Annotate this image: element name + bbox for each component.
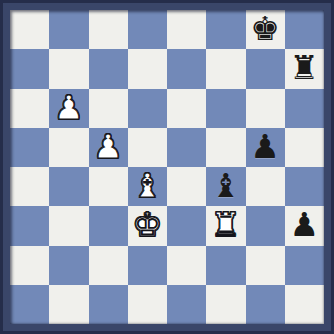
- square-h2[interactable]: [285, 246, 324, 285]
- square-d6[interactable]: [128, 89, 167, 128]
- square-e3[interactable]: [167, 206, 206, 245]
- square-a3[interactable]: [10, 206, 49, 245]
- square-d2[interactable]: [128, 246, 167, 285]
- square-e4[interactable]: [167, 167, 206, 206]
- square-e8[interactable]: [167, 10, 206, 49]
- square-e5[interactable]: [167, 128, 206, 167]
- square-b6[interactable]: ♟: [49, 89, 88, 128]
- square-g5[interactable]: ♟: [246, 128, 285, 167]
- square-g1[interactable]: [246, 285, 285, 324]
- square-g8[interactable]: ♚: [246, 10, 285, 49]
- black-rook[interactable]: ♜: [290, 51, 320, 84]
- square-f1[interactable]: [206, 285, 245, 324]
- white-pawn[interactable]: ♟: [93, 130, 123, 163]
- square-g6[interactable]: [246, 89, 285, 128]
- white-king[interactable]: ♚: [133, 208, 163, 241]
- square-b8[interactable]: [49, 10, 88, 49]
- square-a4[interactable]: [10, 167, 49, 206]
- square-h6[interactable]: [285, 89, 324, 128]
- square-d8[interactable]: [128, 10, 167, 49]
- square-c7[interactable]: [89, 49, 128, 88]
- white-bishop[interactable]: ♝: [133, 169, 163, 202]
- square-c2[interactable]: [89, 246, 128, 285]
- square-c5[interactable]: ♟: [89, 128, 128, 167]
- square-a8[interactable]: [10, 10, 49, 49]
- square-c3[interactable]: [89, 206, 128, 245]
- white-rook[interactable]: ♜: [211, 208, 241, 241]
- square-b2[interactable]: [49, 246, 88, 285]
- black-king[interactable]: ♚: [250, 12, 280, 45]
- square-h5[interactable]: [285, 128, 324, 167]
- square-f3[interactable]: ♜: [206, 206, 245, 245]
- square-e2[interactable]: [167, 246, 206, 285]
- black-pawn[interactable]: ♟: [250, 130, 280, 163]
- square-a2[interactable]: [10, 246, 49, 285]
- square-e1[interactable]: [167, 285, 206, 324]
- square-g2[interactable]: [246, 246, 285, 285]
- chess-board: ♚♜♟♟♟♝♝♚♜♟: [10, 10, 324, 324]
- square-h4[interactable]: [285, 167, 324, 206]
- square-e7[interactable]: [167, 49, 206, 88]
- square-d1[interactable]: [128, 285, 167, 324]
- square-b5[interactable]: [49, 128, 88, 167]
- square-f6[interactable]: [206, 89, 245, 128]
- square-f8[interactable]: [206, 10, 245, 49]
- square-h8[interactable]: [285, 10, 324, 49]
- square-h1[interactable]: [285, 285, 324, 324]
- square-d5[interactable]: [128, 128, 167, 167]
- square-c4[interactable]: [89, 167, 128, 206]
- square-g3[interactable]: [246, 206, 285, 245]
- board-frame: ♚♜♟♟♟♝♝♚♜♟: [0, 0, 334, 334]
- square-b7[interactable]: [49, 49, 88, 88]
- square-d7[interactable]: [128, 49, 167, 88]
- square-b4[interactable]: [49, 167, 88, 206]
- square-c1[interactable]: [89, 285, 128, 324]
- square-f5[interactable]: [206, 128, 245, 167]
- square-a5[interactable]: [10, 128, 49, 167]
- square-b1[interactable]: [49, 285, 88, 324]
- black-pawn[interactable]: ♟: [290, 208, 320, 241]
- square-a6[interactable]: [10, 89, 49, 128]
- square-a1[interactable]: [10, 285, 49, 324]
- square-e6[interactable]: [167, 89, 206, 128]
- white-pawn[interactable]: ♟: [54, 91, 84, 124]
- square-b3[interactable]: [49, 206, 88, 245]
- square-f7[interactable]: [206, 49, 245, 88]
- square-d4[interactable]: ♝: [128, 167, 167, 206]
- square-f4[interactable]: ♝: [206, 167, 245, 206]
- square-g7[interactable]: [246, 49, 285, 88]
- square-h3[interactable]: ♟: [285, 206, 324, 245]
- square-h7[interactable]: ♜: [285, 49, 324, 88]
- square-c8[interactable]: [89, 10, 128, 49]
- square-a7[interactable]: [10, 49, 49, 88]
- square-g4[interactable]: [246, 167, 285, 206]
- square-f2[interactable]: [206, 246, 245, 285]
- square-c6[interactable]: [89, 89, 128, 128]
- black-bishop[interactable]: ♝: [211, 169, 241, 202]
- square-d3[interactable]: ♚: [128, 206, 167, 245]
